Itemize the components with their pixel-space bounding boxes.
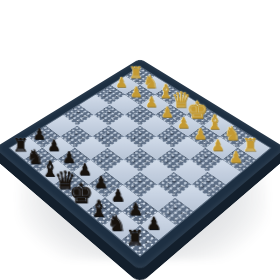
- square-f4[interactable]: [157, 148, 190, 172]
- gold-pawn[interactable]: ♟: [145, 95, 158, 109]
- gold-pawn[interactable]: ♟: [160, 105, 173, 119]
- gold-pawn[interactable]: ♟: [229, 150, 243, 165]
- black-pawn[interactable]: ♟: [146, 215, 161, 232]
- gold-pawn[interactable]: ♟: [115, 76, 127, 90]
- board-grid: ♜♞♝♛♚♝♞♜♟♟♟♟♟♟♟♟♟♟♟♟♟♟♟♟♜♞♝♛♚♝♞♜: [10, 67, 270, 256]
- scene: ♜♞♝♛♚♝♞♜♟♟♟♟♟♟♟♟♟♟♟♟♟♟♟♟♜♞♝♛♚♝♞♜: [0, 0, 280, 280]
- gold-pawn[interactable]: ♟: [130, 85, 142, 99]
- square-d6[interactable]: [90, 148, 123, 172]
- gold-knight[interactable]: ♞: [142, 73, 158, 90]
- gold-bishop[interactable]: ♝: [205, 112, 222, 132]
- black-knight[interactable]: ♞: [106, 212, 125, 233]
- gold-rook[interactable]: ♜: [128, 64, 142, 80]
- gold-pawn[interactable]: ♟: [193, 127, 206, 142]
- gold-pawn[interactable]: ♟: [211, 138, 225, 153]
- gold-rook[interactable]: ♜: [242, 136, 258, 154]
- black-rook[interactable]: ♜: [125, 227, 144, 248]
- black-pawn[interactable]: ♟: [47, 138, 61, 153]
- gold-pawn[interactable]: ♟: [176, 116, 189, 131]
- black-pawn[interactable]: ♟: [77, 162, 91, 178]
- black-pawn[interactable]: ♟: [93, 175, 107, 191]
- black-bishop[interactable]: ♝: [88, 197, 108, 219]
- black-pawn[interactable]: ♟: [128, 201, 143, 218]
- black-pawn[interactable]: ♟: [62, 150, 76, 165]
- chess-set-photo: ♜♞♝♛♚♝♞♜♟♟♟♟♟♟♟♟♟♟♟♟♟♟♟♟♜♞♝♛♚♝♞♜: [0, 0, 280, 280]
- gold-knight[interactable]: ♞: [223, 124, 240, 143]
- black-pawn[interactable]: ♟: [32, 127, 45, 142]
- black-pawn[interactable]: ♟: [110, 188, 125, 204]
- chess-board: ♜♞♝♛♚♝♞♜♟♟♟♟♟♟♟♟♟♟♟♟♟♟♟♟♜♞♝♛♚♝♞♜: [0, 58, 280, 270]
- square-e5[interactable]: [123, 148, 156, 172]
